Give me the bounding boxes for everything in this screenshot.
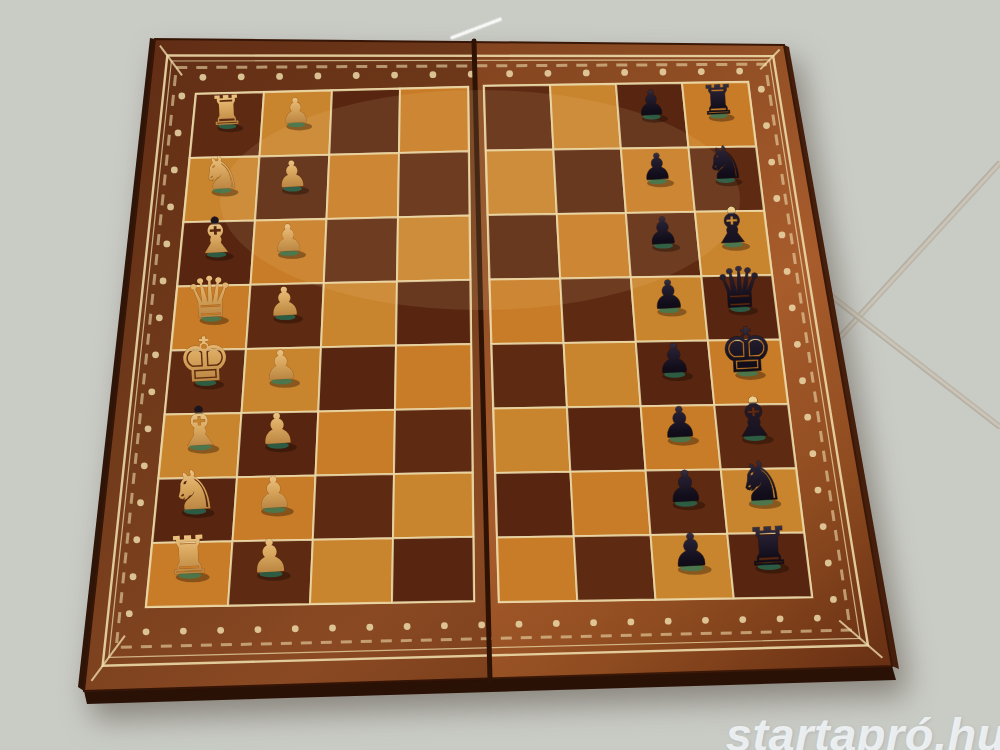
- inlay-dot: [773, 195, 780, 202]
- piece-white-pawn[interactable]: ♟: [275, 153, 309, 196]
- inlay-dot: [156, 314, 163, 321]
- inlay-dot: [825, 560, 832, 567]
- piece-black-pawn[interactable]: ♟: [650, 271, 687, 318]
- watermark: startapró.hu: [726, 707, 1000, 750]
- inlay-dot: [506, 70, 513, 77]
- inlay-dot: [178, 93, 185, 100]
- inlay-dot: [329, 625, 336, 632]
- board-square[interactable]: [492, 343, 568, 409]
- piece-white-pawn[interactable]: ♟: [253, 467, 294, 519]
- inlay-dot: [553, 620, 560, 627]
- inlay-dot: [660, 69, 667, 76]
- piece-white-knight[interactable]: ♞: [200, 145, 243, 200]
- inlay-dot: [516, 621, 523, 628]
- inlay-dot: [199, 74, 206, 81]
- inlay-dot: [583, 69, 590, 76]
- inlay-dot: [779, 232, 786, 239]
- piece-white-rook[interactable]: ♜: [164, 524, 214, 586]
- piece-white-queen[interactable]: ♛: [183, 263, 237, 331]
- inlay-dot: [126, 610, 133, 617]
- inlay-dot: [820, 523, 827, 530]
- inlay-dot: [758, 86, 765, 93]
- inlay-dot: [238, 73, 245, 80]
- piece-white-bishop[interactable]: ♝: [174, 394, 226, 459]
- board-square[interactable]: [394, 408, 473, 474]
- piece-black-pawn[interactable]: ♟: [655, 335, 693, 383]
- board-square[interactable]: [570, 471, 650, 537]
- piece-white-pawn[interactable]: ♟: [266, 278, 303, 325]
- inlay-dot: [175, 130, 182, 137]
- board-square[interactable]: [564, 342, 641, 408]
- inlay-dot: [152, 351, 159, 358]
- board-square[interactable]: [497, 536, 577, 602]
- board-square[interactable]: [393, 473, 473, 539]
- inlay-dot: [804, 414, 811, 421]
- piece-black-knight[interactable]: ♞: [735, 449, 787, 514]
- inlay-dot: [160, 277, 167, 284]
- inlay-dot: [794, 341, 801, 348]
- piece-black-pawn[interactable]: ♟: [669, 523, 712, 578]
- piece-white-pawn[interactable]: ♟: [271, 216, 306, 261]
- inlay-dot: [255, 626, 262, 633]
- board-square[interactable]: [567, 406, 646, 472]
- inlay-dot: [698, 68, 705, 75]
- piece-black-pawn[interactable]: ♟: [665, 460, 706, 512]
- inlay-dot: [148, 388, 155, 395]
- piece-white-bishop[interactable]: ♝: [192, 206, 239, 265]
- inlay-dot: [314, 73, 321, 80]
- inlay-dot: [545, 70, 552, 77]
- piece-white-pawn[interactable]: ♟: [279, 90, 312, 132]
- piece-white-pawn[interactable]: ♟: [257, 403, 297, 454]
- piece-white-rook[interactable]: ♜: [207, 86, 245, 134]
- inlay-dot: [143, 628, 150, 635]
- inlay-dot: [404, 623, 411, 630]
- inlay-dot: [784, 268, 791, 275]
- piece-black-pawn[interactable]: ♟: [635, 82, 668, 124]
- piece-black-rook[interactable]: ♜: [699, 76, 737, 124]
- inlay-dot: [430, 71, 437, 78]
- inlay-dot: [276, 73, 283, 80]
- inlay-dot: [627, 618, 634, 625]
- inlay-dot: [621, 69, 628, 76]
- board-square[interactable]: [318, 346, 396, 412]
- inlay-dot: [130, 573, 137, 580]
- scene: ♜♟♟♜♞♟♟♞♝♟♟♝♛♟♟♛♚♟♟♚♝♟♟♝♞♟♟♞♜♟♟♜ startap…: [0, 0, 1000, 750]
- piece-white-pawn[interactable]: ♟: [262, 341, 300, 389]
- inlay-dot: [590, 619, 597, 626]
- inlay-dot: [739, 616, 746, 623]
- inlay-dot: [702, 617, 709, 624]
- piece-black-knight[interactable]: ♞: [703, 135, 746, 190]
- inlay-dot: [736, 68, 743, 75]
- piece-black-pawn[interactable]: ♟: [659, 397, 699, 448]
- board-square[interactable]: [316, 410, 396, 476]
- inlay-dot: [366, 624, 373, 631]
- inlay-dot: [815, 487, 822, 494]
- inlay-dot: [145, 425, 152, 432]
- inlay-dot: [133, 536, 140, 543]
- inlay-dot: [292, 625, 299, 632]
- inlay-dot: [217, 627, 224, 634]
- inlay-dot: [478, 622, 485, 629]
- inlay-dot: [171, 167, 178, 174]
- folding-chessboard: ♜♟♟♜♞♟♟♞♝♟♟♝♛♟♟♛♚♟♟♚♝♟♟♝♞♟♟♞♜♟♟♜: [0, 0, 1000, 750]
- inlay-dot: [665, 618, 672, 625]
- piece-white-knight[interactable]: ♞: [168, 458, 220, 523]
- inlay-dot: [167, 204, 174, 211]
- inlay-dot: [789, 304, 796, 311]
- board-square[interactable]: [395, 344, 472, 410]
- inlay-dot: [163, 241, 170, 248]
- inlay-dot: [799, 377, 806, 384]
- inlay-dot: [830, 596, 837, 603]
- inlay-dot: [777, 615, 784, 622]
- board-square[interactable]: [493, 407, 570, 473]
- inlay-dot: [809, 450, 816, 457]
- piece-black-queen[interactable]: ♛: [712, 254, 766, 322]
- piece-black-bishop[interactable]: ♝: [728, 384, 780, 449]
- inlay-dot: [814, 615, 821, 622]
- inlay-dot: [180, 628, 187, 635]
- inlay-dot: [441, 622, 448, 629]
- board-square[interactable]: [392, 537, 474, 603]
- inlay-dot: [141, 462, 148, 469]
- piece-white-pawn[interactable]: ♟: [248, 529, 291, 584]
- piece-white-king[interactable]: ♚: [175, 322, 233, 396]
- inlay-dot: [137, 499, 144, 506]
- piece-black-rook[interactable]: ♜: [743, 515, 793, 577]
- inlay-dot: [353, 72, 360, 79]
- inlay-dot: [391, 72, 398, 79]
- piece-black-pawn[interactable]: ♟: [640, 145, 674, 188]
- piece-black-pawn[interactable]: ♟: [645, 209, 680, 254]
- inlay-dot: [768, 159, 775, 166]
- piece-black-king[interactable]: ♚: [717, 313, 775, 387]
- piece-black-bishop[interactable]: ♝: [709, 196, 756, 255]
- board-square[interactable]: [313, 474, 394, 540]
- board-square[interactable]: [574, 535, 656, 601]
- board-square[interactable]: [495, 472, 574, 538]
- board-square[interactable]: [310, 538, 393, 604]
- inlay-dot: [763, 122, 770, 129]
